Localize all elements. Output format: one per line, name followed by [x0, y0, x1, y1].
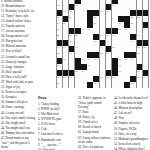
white-cell[interactable]: 7 — [118, 0, 124, 4]
white-cell[interactable]: 9 — [130, 0, 136, 4]
down-clue: 7. Last meal leftover — [38, 132, 76, 137]
white-cell[interactable] — [87, 4, 93, 9]
clue-number: 45 — [131, 40, 133, 42]
across-clue: 36. Summer silk piece — [1, 100, 37, 105]
white-cell[interactable] — [124, 76, 130, 81]
black-cell — [81, 64, 87, 69]
down-clues-section: Down 1. Classy loading2. WWW weekly?3. W… — [38, 96, 76, 150]
white-cell[interactable] — [106, 22, 112, 27]
crossword-page: 9. Mount entrance10. Mound mistress11. B… — [0, 0, 150, 150]
continued-clue: 52. Madcap's granddaughter — [114, 137, 150, 142]
white-cell[interactable] — [81, 34, 87, 39]
continued-clue: 49. Surprise detective — [114, 121, 150, 126]
continued-clue: 45. A little boat on high — [114, 101, 150, 106]
white-cell[interactable] — [87, 46, 93, 51]
white-cell[interactable]: 80 — [57, 82, 63, 87]
clue-number: 71 — [137, 70, 139, 72]
across-clue: 26. Shell squeak? — [1, 70, 37, 75]
continued-clue: 56. Noble's opposite in "Sense (and) sou… — [78, 96, 111, 110]
clue-number: 8 — [125, 0, 126, 1]
white-cell[interactable]: 15 — [63, 10, 69, 15]
white-cell[interactable]: 66 — [87, 64, 93, 69]
white-cell[interactable]: 53 — [57, 52, 63, 57]
white-cell[interactable]: 35 — [57, 34, 63, 39]
white-cell[interactable]: 68 — [75, 70, 81, 75]
white-cell[interactable] — [143, 58, 149, 63]
white-cell[interactable] — [106, 82, 112, 87]
continued-clue: 63. Place for patterns — [78, 145, 111, 150]
white-cell[interactable] — [87, 70, 93, 75]
white-cell[interactable]: 39 — [106, 34, 112, 39]
white-cell[interactable] — [81, 52, 87, 57]
black-cell — [106, 46, 112, 51]
white-cell[interactable]: 8 — [124, 0, 130, 4]
white-cell[interactable] — [112, 52, 118, 57]
clue-number: 21 — [94, 16, 96, 18]
white-cell[interactable] — [118, 34, 124, 39]
white-cell[interactable] — [100, 16, 106, 21]
white-cell[interactable]: 16 — [69, 10, 75, 15]
white-cell[interactable]: 2 — [63, 0, 69, 4]
white-cell[interactable]: 63 — [124, 58, 130, 63]
white-cell[interactable]: 51 — [137, 46, 143, 51]
white-cell[interactable]: 32 — [118, 28, 124, 33]
clue-number: 27 — [118, 22, 120, 24]
white-cell[interactable]: 72 — [57, 76, 63, 81]
white-cell[interactable] — [124, 70, 130, 75]
white-cell[interactable]: 71 — [137, 70, 143, 75]
clue-number: 43 — [94, 40, 96, 42]
white-cell[interactable]: 18 — [106, 10, 112, 15]
white-cell[interactable]: 20 — [69, 16, 75, 21]
black-cell — [93, 10, 99, 15]
clue-number: 35 — [57, 34, 59, 36]
black-cell — [75, 64, 81, 69]
white-cell[interactable]: 75 — [100, 76, 106, 81]
white-cell[interactable] — [100, 58, 106, 63]
clue-number: 16 — [69, 10, 71, 12]
clue-number: 17 — [100, 10, 102, 12]
white-cell[interactable] — [106, 0, 112, 4]
white-cell[interactable] — [100, 28, 106, 33]
black-cell — [143, 70, 149, 75]
white-cell[interactable]: 30 — [81, 28, 87, 33]
white-cell[interactable] — [124, 64, 130, 69]
black-cell — [137, 40, 143, 45]
clue-number: 54 — [69, 52, 71, 54]
white-cell[interactable] — [137, 4, 143, 9]
clue-number: 37 — [75, 34, 77, 36]
across-clue: 9. Mount entrance — [1, 0, 37, 3]
continued-clue: 60. Result of shock — [78, 125, 111, 130]
black-cell — [63, 40, 69, 45]
white-cell[interactable] — [93, 46, 99, 51]
white-cell[interactable] — [130, 70, 136, 75]
white-cell[interactable]: 11 — [143, 0, 149, 4]
clue-number: 60 — [88, 58, 90, 60]
white-cell[interactable]: 28 — [130, 22, 136, 27]
black-cell — [124, 52, 130, 57]
white-cell[interactable]: 6 — [100, 0, 106, 4]
clue-number: 64 — [131, 58, 133, 60]
white-cell[interactable]: 13 — [75, 4, 81, 9]
white-cell[interactable] — [143, 34, 149, 39]
white-cell[interactable] — [118, 82, 124, 87]
white-cell[interactable]: 4 — [87, 0, 93, 4]
white-cell[interactable] — [124, 46, 130, 51]
black-cell — [87, 52, 93, 57]
across-clue: 38. Dance earnings — [1, 105, 37, 110]
white-cell[interactable]: 27 — [118, 22, 124, 27]
black-cell — [124, 16, 130, 21]
white-cell[interactable] — [118, 40, 124, 45]
white-cell[interactable]: 70 — [118, 70, 124, 75]
white-cell[interactable] — [130, 4, 136, 9]
white-cell[interactable]: 10 — [137, 0, 143, 4]
clue-number: 39 — [106, 34, 108, 36]
white-cell[interactable] — [124, 10, 130, 15]
white-cell[interactable] — [112, 22, 118, 27]
white-cell[interactable] — [130, 28, 136, 33]
white-cell[interactable]: 23 — [137, 16, 143, 21]
clue-number: 34 — [143, 28, 145, 30]
white-cell[interactable]: 59 — [81, 58, 87, 63]
black-cell — [75, 28, 81, 33]
across-clue: 17. Arrests auctions — [1, 29, 37, 34]
black-cell — [143, 40, 149, 45]
white-cell[interactable] — [63, 4, 69, 9]
clue-number: 69 — [81, 70, 83, 72]
white-cell[interactable]: 14 — [112, 4, 118, 9]
white-cell[interactable] — [124, 40, 130, 45]
white-cell[interactable]: 5 — [93, 0, 99, 4]
clue-number: 9 — [131, 0, 132, 1]
clue-number: 73 — [63, 76, 65, 78]
white-cell[interactable] — [118, 52, 124, 57]
white-cell[interactable] — [100, 22, 106, 27]
white-cell[interactable] — [81, 4, 87, 9]
continued-clue: 54. Where blankets flow? — [114, 147, 150, 150]
continued-clue: 59. Chunk of ice — [78, 120, 111, 125]
clue-number: 1 — [57, 0, 58, 1]
white-cell[interactable] — [143, 16, 149, 21]
black-cell — [75, 58, 81, 63]
white-cell[interactable]: 33 — [124, 28, 130, 33]
white-cell[interactable]: 65 — [57, 64, 63, 69]
black-cell — [87, 82, 93, 87]
black-cell — [87, 22, 93, 27]
white-cell[interactable] — [69, 64, 75, 69]
across-clue: 40. A crazy stretch! — [1, 111, 37, 116]
clue-number: 47 — [63, 46, 65, 48]
white-cell[interactable]: 76 — [106, 76, 112, 81]
white-cell[interactable]: 57 — [137, 52, 143, 57]
white-cell[interactable] — [143, 52, 149, 57]
white-cell[interactable]: 19 — [57, 16, 63, 21]
across-clue: 18. Exasperation's cry? — [1, 34, 37, 39]
white-cell[interactable] — [130, 64, 136, 69]
white-cell[interactable] — [143, 82, 149, 87]
white-cell[interactable]: 3 — [81, 0, 87, 4]
white-cell[interactable]: 73 — [63, 76, 69, 81]
white-cell[interactable]: 44 — [106, 40, 112, 45]
white-cell[interactable]: 55 — [100, 52, 106, 57]
white-cell[interactable]: 79 — [143, 76, 149, 81]
white-cell[interactable]: 56 — [106, 52, 112, 57]
white-cell[interactable] — [75, 76, 81, 81]
black-cell — [130, 10, 136, 15]
continued-right-clues: 44. Let them be themselves?45. A little … — [114, 96, 150, 150]
white-cell[interactable] — [106, 16, 112, 21]
black-cell — [63, 70, 69, 75]
white-cell[interactable] — [75, 82, 81, 87]
black-cell — [130, 34, 136, 39]
white-cell[interactable] — [106, 64, 112, 69]
continued-clue: 62. It may follow windows on the radio — [78, 136, 111, 145]
clue-number: 68 — [75, 70, 77, 72]
white-cell[interactable]: 54 — [69, 52, 75, 57]
white-cell[interactable] — [63, 28, 69, 33]
white-cell[interactable]: 64 — [130, 58, 136, 63]
across-clue: 12. "Spicy" dance style — [1, 14, 37, 19]
white-cell[interactable]: 82 — [130, 82, 136, 87]
white-cell[interactable]: 77 — [112, 76, 118, 81]
white-cell[interactable]: 46 — [57, 46, 63, 51]
clue-number: 61 — [94, 58, 96, 60]
white-cell[interactable]: 31 — [87, 28, 93, 33]
clue-number: 74 — [69, 76, 71, 78]
black-cell — [69, 70, 75, 75]
black-cell — [69, 28, 75, 33]
across-clue: 33. Restless occupier — [1, 90, 37, 95]
across-clue: 15. Popular protests — [1, 24, 37, 29]
white-cell[interactable] — [75, 40, 81, 45]
down-clue: 4. WYSIWYG part — [38, 117, 76, 122]
white-cell[interactable] — [81, 46, 87, 51]
white-cell[interactable] — [81, 16, 87, 21]
black-cell — [57, 10, 63, 15]
across-clue: 19. Nut-grain loaf — [1, 39, 37, 44]
white-cell[interactable]: 36 — [69, 34, 75, 39]
black-cell — [93, 34, 99, 39]
white-cell[interactable] — [124, 4, 130, 9]
white-cell[interactable]: 43 — [93, 40, 99, 45]
clue-number: 18 — [106, 10, 108, 12]
white-cell[interactable]: 45 — [130, 40, 136, 45]
white-cell[interactable]: 42 — [69, 40, 75, 45]
clue-number: 36 — [69, 34, 71, 36]
white-cell[interactable]: 37 — [75, 34, 81, 39]
white-cell[interactable] — [100, 4, 106, 9]
white-cell[interactable]: 47 — [63, 46, 69, 51]
white-cell[interactable] — [137, 58, 143, 63]
black-cell — [106, 28, 112, 33]
clue-number: 72 — [57, 76, 59, 78]
continued-mid-clues: 56. Noble's opposite in "Sense (and) sou… — [78, 96, 111, 150]
across-clue: 35. Occupies — [1, 95, 37, 100]
clue-number: 33 — [125, 28, 127, 30]
white-cell[interactable] — [75, 10, 81, 15]
white-cell[interactable] — [93, 70, 99, 75]
clue-number: 63 — [125, 58, 127, 60]
white-cell[interactable] — [118, 76, 124, 81]
white-cell[interactable] — [69, 82, 75, 87]
down-clue: 6. Coke — [38, 127, 76, 132]
white-cell[interactable] — [143, 4, 149, 9]
across-clue: 25. Large container — [1, 65, 37, 70]
white-cell[interactable] — [87, 40, 93, 45]
white-cell[interactable]: 62 — [118, 58, 124, 63]
white-cell[interactable] — [63, 52, 69, 57]
white-cell[interactable] — [130, 46, 136, 51]
clue-number: 57 — [137, 52, 139, 54]
clue-number: 23 — [137, 16, 139, 18]
white-cell[interactable]: 67 — [118, 64, 124, 69]
continued-clue: 47. Ask an ox? — [114, 111, 150, 116]
white-cell[interactable] — [87, 76, 93, 81]
across-clue: 42. One bright smell — [1, 121, 37, 126]
white-cell[interactable] — [93, 4, 99, 9]
white-cell[interactable] — [112, 40, 118, 45]
white-cell[interactable] — [81, 40, 87, 45]
clue-number: 79 — [143, 76, 145, 78]
white-cell[interactable]: 61 — [93, 58, 99, 63]
across-clue: 13. Soaked sailors' flutes — [1, 19, 37, 24]
black-cell — [124, 22, 130, 27]
white-cell[interactable] — [112, 10, 118, 15]
clue-number: 2 — [63, 0, 64, 1]
down-clue: 8. Ramshackle sort — [38, 138, 76, 143]
white-cell[interactable]: 12 — [57, 4, 63, 9]
white-cell[interactable]: 17 — [100, 10, 106, 15]
white-cell[interactable]: 29 — [57, 28, 63, 33]
white-cell[interactable] — [137, 22, 143, 27]
clue-number: 59 — [81, 58, 83, 60]
white-cell[interactable]: 52 — [143, 46, 149, 51]
clue-number: 38 — [100, 34, 102, 36]
white-cell[interactable] — [81, 76, 87, 81]
white-cell[interactable] — [143, 64, 149, 69]
white-cell[interactable]: 41 — [137, 34, 143, 39]
clue-number: 4 — [88, 0, 89, 1]
clue-number: 15 — [63, 10, 65, 12]
white-cell[interactable]: 48 — [75, 46, 81, 51]
white-cell[interactable] — [81, 22, 87, 27]
across-clue: 29. Word with little or pair — [1, 80, 37, 85]
across-clue: 28. Have a belly full? — [1, 75, 37, 80]
clue-number: 31 — [88, 28, 90, 30]
white-cell[interactable] — [75, 16, 81, 21]
white-cell[interactable]: 34 — [143, 28, 149, 33]
black-cell — [69, 46, 75, 51]
black-cell — [130, 76, 136, 81]
white-cell[interactable]: 22 — [130, 16, 136, 21]
white-cell[interactable] — [124, 34, 130, 39]
white-cell[interactable] — [63, 64, 69, 69]
white-cell[interactable]: 26 — [93, 22, 99, 27]
white-cell[interactable] — [69, 0, 75, 4]
clue-number: 25 — [63, 22, 65, 24]
black-cell — [106, 4, 112, 9]
down-clue: 5. D-H's horse — [38, 122, 76, 127]
clue-number: 58 — [63, 58, 65, 60]
white-cell[interactable] — [118, 4, 124, 9]
white-cell[interactable] — [63, 34, 69, 39]
across-clue: 41. One triple small evening — [1, 116, 37, 121]
white-cell[interactable] — [93, 28, 99, 33]
down-clue: 1. Classy loading — [38, 102, 76, 107]
black-cell — [63, 16, 69, 21]
clue-number: 46 — [57, 46, 59, 48]
across-clue: 20. Mineral museum — [1, 44, 37, 49]
clue-number: 40 — [112, 34, 114, 36]
white-cell[interactable]: 40 — [112, 34, 118, 39]
white-cell[interactable]: 58 — [63, 58, 69, 63]
clue-number: 7 — [118, 0, 119, 1]
white-cell[interactable] — [100, 82, 106, 87]
across-clue: 47. Board marks to say "sure", and this … — [1, 136, 37, 150]
continued-clue: 61. Laptop brand — [78, 130, 111, 135]
white-cell[interactable] — [75, 52, 81, 57]
white-cell[interactable] — [112, 16, 118, 21]
white-cell[interactable]: 50 — [112, 46, 118, 51]
white-cell[interactable] — [106, 58, 112, 63]
across-clue: 44. You might smell one — [1, 126, 37, 131]
white-cell[interactable] — [100, 64, 106, 69]
black-cell — [57, 58, 63, 63]
white-cell[interactable] — [137, 82, 143, 87]
clue-number: 20 — [69, 16, 71, 18]
clue-number: 49 — [100, 46, 102, 48]
clue-number: 44 — [106, 40, 108, 42]
white-cell[interactable] — [63, 82, 69, 87]
black-cell — [87, 16, 93, 21]
clue-number: 48 — [75, 46, 77, 48]
white-cell[interactable] — [69, 22, 75, 27]
white-cell[interactable]: 25 — [63, 22, 69, 27]
white-cell[interactable]: 38 — [100, 34, 106, 39]
white-cell[interactable] — [93, 64, 99, 69]
white-cell[interactable]: 74 — [69, 76, 75, 81]
white-cell[interactable] — [100, 70, 106, 75]
white-cell[interactable]: 49 — [100, 46, 106, 51]
white-cell[interactable] — [81, 82, 87, 87]
black-cell — [57, 70, 63, 75]
white-cell[interactable] — [69, 58, 75, 63]
clue-number: 66 — [88, 64, 90, 66]
white-cell[interactable]: 24 — [57, 22, 63, 27]
white-cell[interactable] — [81, 10, 87, 15]
white-cell[interactable] — [137, 28, 143, 33]
white-cell[interactable] — [75, 22, 81, 27]
clue-number: 5 — [94, 0, 95, 1]
white-cell[interactable]: 78 — [137, 76, 143, 81]
white-cell[interactable] — [118, 46, 124, 51]
black-cell — [112, 58, 118, 63]
white-cell[interactable]: 69 — [81, 70, 87, 75]
white-cell[interactable] — [87, 34, 93, 39]
clue-number: 52 — [143, 46, 145, 48]
clue-number: 24 — [57, 22, 59, 24]
white-cell[interactable] — [112, 82, 118, 87]
white-cell[interactable]: 60 — [87, 58, 93, 63]
white-cell[interactable] — [118, 10, 124, 15]
clue-number: 82 — [131, 82, 133, 84]
continued-clue: 46. Mission description — [114, 106, 150, 111]
white-cell[interactable]: 81 — [93, 82, 99, 87]
white-cell[interactable]: 21 — [93, 16, 99, 21]
across-clue: 21. Here is bliss? — [1, 49, 37, 54]
